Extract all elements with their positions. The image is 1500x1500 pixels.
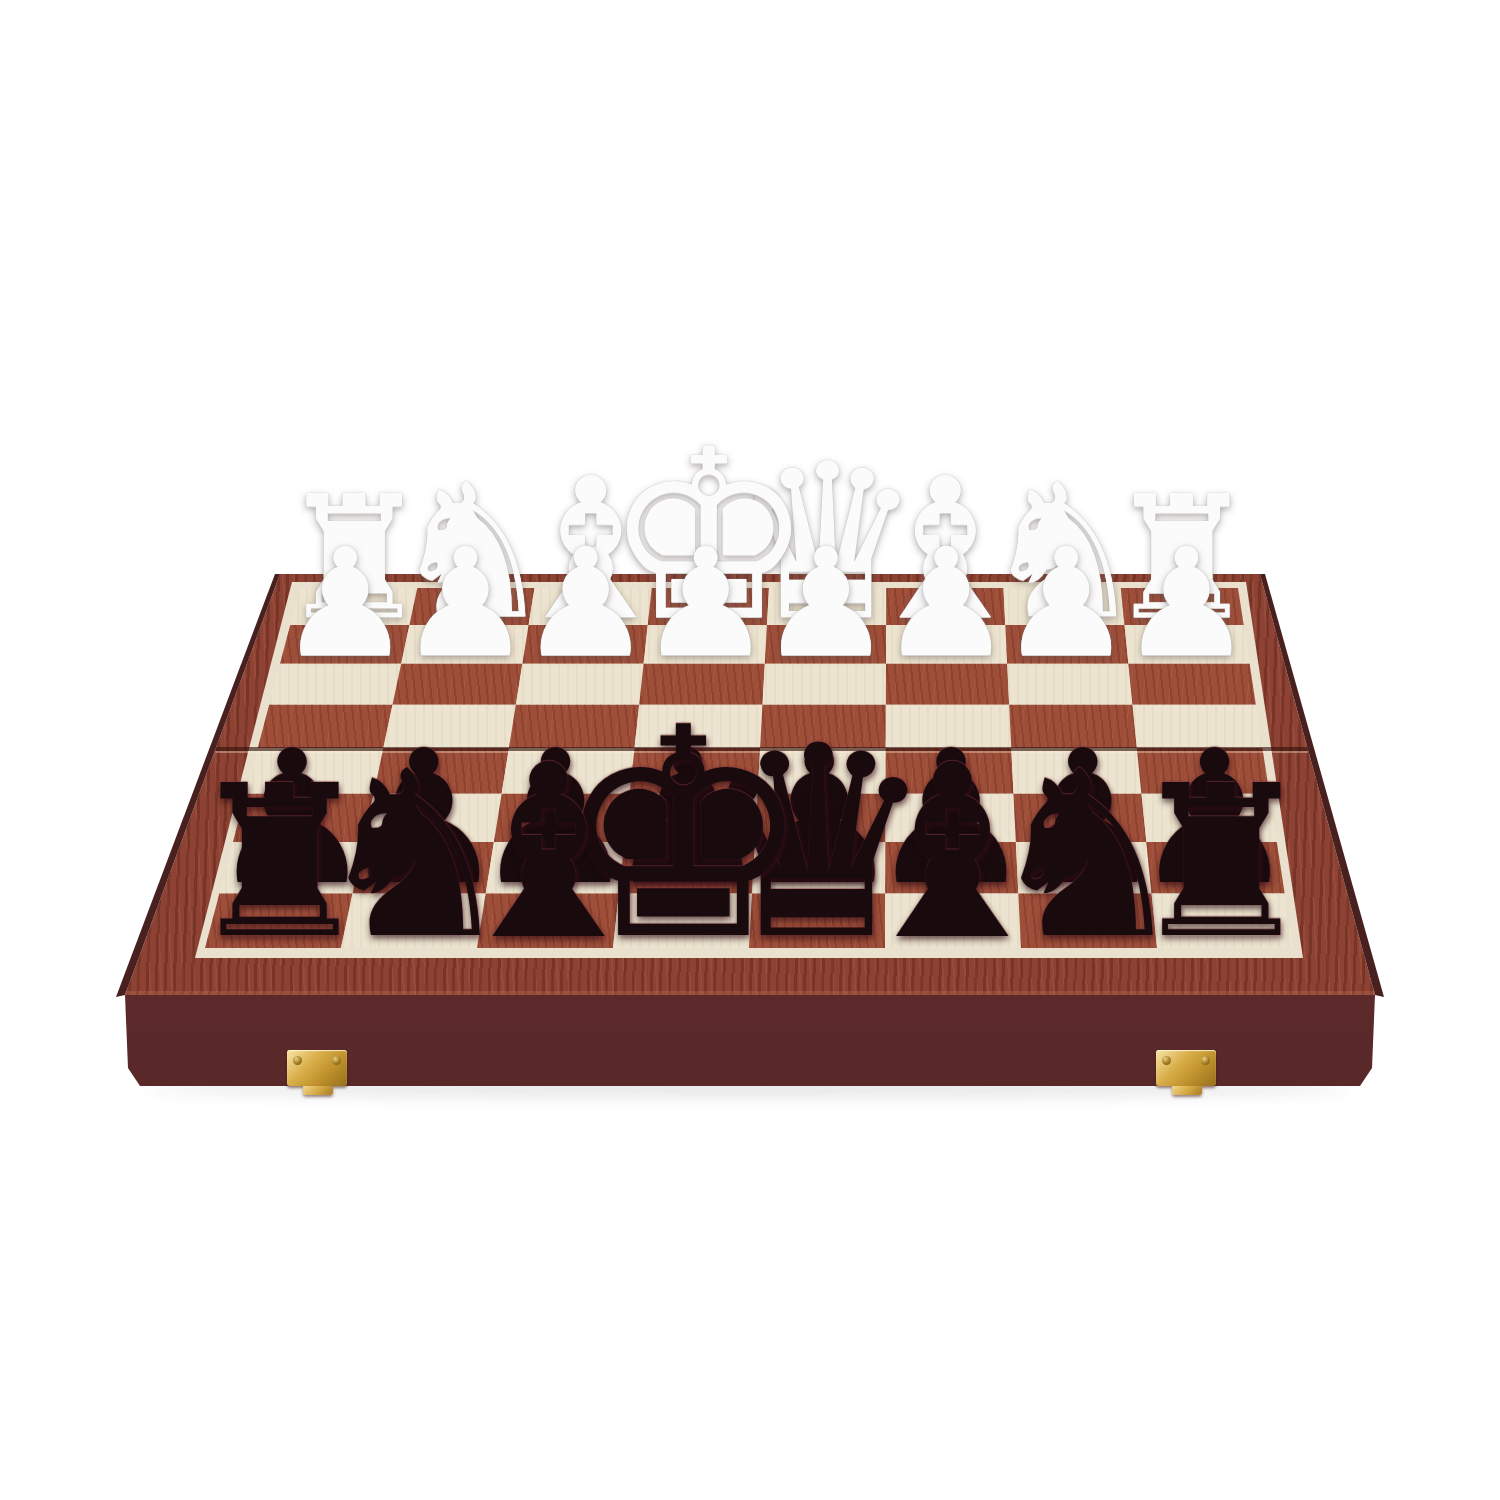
- piece-white-pawn-f2[interactable]: ♟: [518, 528, 652, 678]
- clasp-screw-icon: [1162, 1056, 1171, 1065]
- clasp-screw-icon: [293, 1056, 302, 1065]
- piece-white-pawn-b2[interactable]: ♟: [999, 528, 1133, 678]
- clasp-screw-icon: [1201, 1056, 1210, 1065]
- brass-clasp-left-tab: [303, 1086, 333, 1095]
- piece-white-pawn-g2[interactable]: ♟: [398, 528, 532, 678]
- piece-white-pawn-h2[interactable]: ♟: [278, 528, 412, 678]
- brass-clasp-left-icon: [287, 1050, 347, 1086]
- piece-white-pawn-a2[interactable]: ♟: [1119, 528, 1253, 678]
- piece-white-pawn-e2[interactable]: ♟: [639, 528, 773, 678]
- clasp-screw-icon: [332, 1056, 341, 1065]
- piece-white-pawn-c2[interactable]: ♟: [879, 528, 1013, 678]
- piece-black-rook-h8[interactable]: ♜: [185, 758, 373, 968]
- chess-set-photo: ♜♞♝♛♚♝♞♜♟♟♟♟♟♟♟♟♟♟♟♟♟♟♟♟♜♞♝♛♚♝♞♜: [0, 0, 1500, 1500]
- brass-clasp-right-icon: [1156, 1050, 1216, 1086]
- brass-clasp-right-tab: [1172, 1086, 1202, 1095]
- piece-white-pawn-d2[interactable]: ♟: [759, 528, 893, 678]
